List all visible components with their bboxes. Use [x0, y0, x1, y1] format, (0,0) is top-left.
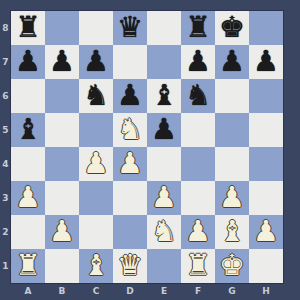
piece-black-pawn-c7[interactable]: ♟: [79, 45, 113, 79]
square-h8[interactable]: [249, 11, 283, 45]
square-d6[interactable]: ♟: [113, 79, 147, 113]
square-h1[interactable]: [249, 249, 283, 283]
square-g7[interactable]: ♟: [215, 45, 249, 79]
square-a1[interactable]: ♜: [11, 249, 45, 283]
piece-white-pawn-c4[interactable]: ♟: [79, 147, 113, 181]
file-label-c: C: [79, 283, 113, 300]
square-f4[interactable]: [181, 147, 215, 181]
square-c2[interactable]: [79, 215, 113, 249]
piece-white-rook-f1[interactable]: ♜: [181, 249, 215, 283]
piece-black-knight-c6[interactable]: ♞: [79, 79, 113, 113]
rank-label-8: 8: [0, 11, 11, 45]
square-d2[interactable]: [113, 215, 147, 249]
square-g6[interactable]: [215, 79, 249, 113]
square-b6[interactable]: [45, 79, 79, 113]
square-d5[interactable]: ♞: [113, 113, 147, 147]
square-e3[interactable]: ♟: [147, 181, 181, 215]
square-b7[interactable]: ♟: [45, 45, 79, 79]
square-e1[interactable]: [147, 249, 181, 283]
square-b5[interactable]: [45, 113, 79, 147]
square-h5[interactable]: [249, 113, 283, 147]
file-label-a: A: [11, 283, 45, 300]
square-d8[interactable]: ♛: [113, 11, 147, 45]
square-b2[interactable]: ♟: [45, 215, 79, 249]
rank-label-3: 3: [0, 181, 11, 215]
file-label-g: G: [215, 283, 249, 300]
rank-label-2: 2: [0, 215, 11, 249]
square-h6[interactable]: [249, 79, 283, 113]
piece-white-knight-e2[interactable]: ♞: [147, 215, 181, 249]
square-d1[interactable]: ♛: [113, 249, 147, 283]
square-f2[interactable]: ♟: [181, 215, 215, 249]
square-e2[interactable]: ♞: [147, 215, 181, 249]
square-c8[interactable]: [79, 11, 113, 45]
rank-label-7: 7: [0, 45, 11, 79]
square-f1[interactable]: ♜: [181, 249, 215, 283]
square-e7[interactable]: [147, 45, 181, 79]
square-b4[interactable]: [45, 147, 79, 181]
square-a5[interactable]: ♝: [11, 113, 45, 147]
square-a3[interactable]: ♟: [11, 181, 45, 215]
square-c5[interactable]: [79, 113, 113, 147]
piece-black-pawn-e5[interactable]: ♟: [147, 113, 181, 147]
board-frame: 87654321 ♜♛♜♚♟♟♟♟♟♟♞♟♝♞♝♞♟♟♟♟♟♟♟♞♟♝♟♜♝♛♜…: [0, 0, 300, 300]
file-labels: ABCDEFGH: [11, 283, 283, 300]
square-c7[interactable]: ♟: [79, 45, 113, 79]
square-c4[interactable]: ♟: [79, 147, 113, 181]
piece-white-bishop-c1[interactable]: ♝: [79, 249, 113, 283]
piece-black-pawn-h7[interactable]: ♟: [249, 45, 283, 79]
piece-white-knight-d5[interactable]: ♞: [113, 113, 147, 147]
square-g2[interactable]: ♝: [215, 215, 249, 249]
square-b1[interactable]: [45, 249, 79, 283]
square-d3[interactable]: [113, 181, 147, 215]
rank-labels: 87654321: [0, 11, 11, 283]
piece-white-pawn-f2[interactable]: ♟: [181, 215, 215, 249]
square-h2[interactable]: ♟: [249, 215, 283, 249]
square-d7[interactable]: [113, 45, 147, 79]
piece-black-pawn-d6[interactable]: ♟: [113, 79, 147, 113]
square-f5[interactable]: [181, 113, 215, 147]
square-b8[interactable]: [45, 11, 79, 45]
piece-black-pawn-b7[interactable]: ♟: [45, 45, 79, 79]
square-a4[interactable]: [11, 147, 45, 181]
piece-black-rook-f8[interactable]: ♜: [181, 11, 215, 45]
square-g8[interactable]: ♚: [215, 11, 249, 45]
square-e5[interactable]: ♟: [147, 113, 181, 147]
file-label-b: B: [45, 283, 79, 300]
piece-white-pawn-a3[interactable]: ♟: [11, 181, 45, 215]
square-f6[interactable]: ♞: [181, 79, 215, 113]
piece-white-rook-a1[interactable]: ♜: [11, 249, 45, 283]
piece-black-pawn-g7[interactable]: ♟: [215, 45, 249, 79]
square-c1[interactable]: ♝: [79, 249, 113, 283]
square-h3[interactable]: [249, 181, 283, 215]
piece-white-pawn-d4[interactable]: ♟: [113, 147, 147, 181]
piece-white-pawn-g3[interactable]: ♟: [215, 181, 249, 215]
square-h4[interactable]: [249, 147, 283, 181]
square-g4[interactable]: [215, 147, 249, 181]
piece-black-pawn-a7[interactable]: ♟: [11, 45, 45, 79]
piece-black-bishop-e6[interactable]: ♝: [147, 79, 181, 113]
rank-label-4: 4: [0, 147, 11, 181]
square-f8[interactable]: ♜: [181, 11, 215, 45]
square-c6[interactable]: ♞: [79, 79, 113, 113]
rank-label-6: 6: [0, 79, 11, 113]
piece-white-pawn-b2[interactable]: ♟: [45, 215, 79, 249]
square-e6[interactable]: ♝: [147, 79, 181, 113]
square-h7[interactable]: ♟: [249, 45, 283, 79]
square-a7[interactable]: ♟: [11, 45, 45, 79]
square-g1[interactable]: ♚: [215, 249, 249, 283]
piece-white-king-g1[interactable]: ♚: [215, 249, 249, 283]
square-a2[interactable]: [11, 215, 45, 249]
piece-black-king-g8[interactable]: ♚: [215, 11, 249, 45]
piece-white-pawn-h2[interactable]: ♟: [249, 215, 283, 249]
square-a8[interactable]: ♜: [11, 11, 45, 45]
file-label-e: E: [147, 283, 181, 300]
square-c3[interactable]: [79, 181, 113, 215]
square-e4[interactable]: [147, 147, 181, 181]
square-f3[interactable]: [181, 181, 215, 215]
piece-black-knight-f6[interactable]: ♞: [181, 79, 215, 113]
square-g5[interactable]: [215, 113, 249, 147]
piece-white-queen-d1[interactable]: ♛: [113, 249, 147, 283]
rank-label-5: 5: [0, 113, 11, 147]
piece-black-rook-a8[interactable]: ♜: [11, 11, 45, 45]
chess-diagram: 87654321 ♜♛♜♚♟♟♟♟♟♟♞♟♝♞♝♞♟♟♟♟♟♟♟♞♟♝♟♜♝♛♜…: [0, 0, 300, 300]
square-g3[interactable]: ♟: [215, 181, 249, 215]
piece-black-queen-d8[interactable]: ♛: [113, 11, 147, 45]
piece-black-bishop-a5[interactable]: ♝: [11, 113, 45, 147]
square-a6[interactable]: [11, 79, 45, 113]
file-label-d: D: [113, 283, 147, 300]
rank-label-1: 1: [0, 249, 11, 283]
square-b3[interactable]: [45, 181, 79, 215]
file-label-f: F: [181, 283, 215, 300]
piece-white-bishop-g2[interactable]: ♝: [215, 215, 249, 249]
square-e8[interactable]: [147, 11, 181, 45]
square-d4[interactable]: ♟: [113, 147, 147, 181]
square-f7[interactable]: ♟: [181, 45, 215, 79]
piece-black-pawn-f7[interactable]: ♟: [181, 45, 215, 79]
chess-board: ♜♛♜♚♟♟♟♟♟♟♞♟♝♞♝♞♟♟♟♟♟♟♟♞♟♝♟♜♝♛♜♚: [11, 11, 283, 283]
piece-white-pawn-e3[interactable]: ♟: [147, 181, 181, 215]
file-label-h: H: [249, 283, 283, 300]
